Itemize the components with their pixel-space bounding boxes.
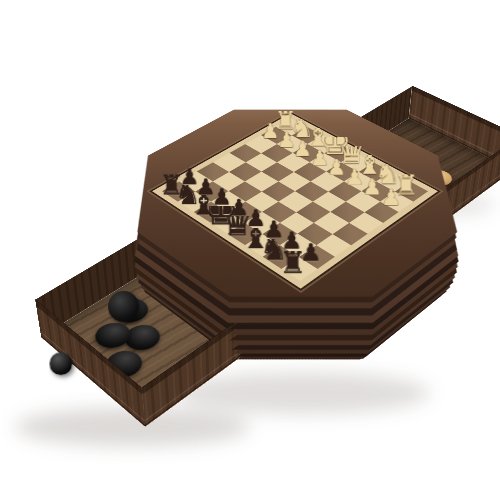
piece-white-pawn[interactable]: ♟	[379, 184, 403, 208]
piece-black-rook[interactable]: ♜	[280, 251, 306, 277]
checker-disc[interactable]	[88, 318, 137, 353]
checker-disc-standing[interactable]	[108, 291, 139, 322]
scene-3d: ♜♞♝♚♛♝♞♜♟♟♟♟♟♟♟♟♟♟♟♟♟♟♟♟♜♞♝♚♛♝♞♜	[0, 0, 500, 500]
product-photo-stage: ♜♞♝♚♛♝♞♜♟♟♟♟♟♟♟♟♟♟♟♟♟♟♟♟♜♞♝♚♛♝♞♜	[0, 0, 500, 500]
